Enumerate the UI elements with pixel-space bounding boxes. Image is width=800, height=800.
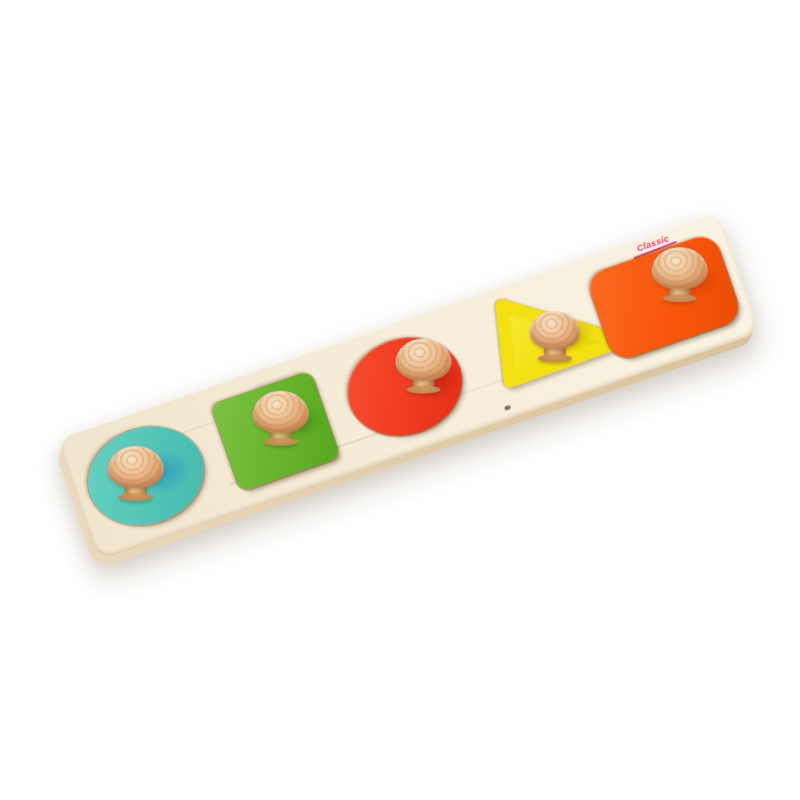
knob-foot xyxy=(663,294,697,302)
puzzle-board: Classic xyxy=(56,212,760,561)
knob-cap xyxy=(253,391,309,433)
wooden-knob-yellow-triangle[interactable] xyxy=(530,311,580,371)
wooden-knob-green-square[interactable] xyxy=(253,391,309,451)
product-photo-scene: Classic xyxy=(0,0,800,800)
knob-foot xyxy=(119,493,153,501)
knob-cap xyxy=(652,247,708,289)
wooden-knob-teal-circle[interactable] xyxy=(108,446,164,506)
knob-cap xyxy=(108,446,164,488)
knob-cap xyxy=(396,339,452,381)
wooden-knob-red-circle[interactable] xyxy=(396,339,452,399)
knob-foot xyxy=(264,438,298,446)
knob-foot xyxy=(538,354,572,362)
knob-foot xyxy=(407,386,441,394)
wood-knot-dot xyxy=(504,405,511,411)
knob-cap xyxy=(530,311,580,349)
wooden-knob-orange-square[interactable] xyxy=(652,247,708,307)
board-face: Classic xyxy=(56,212,760,561)
